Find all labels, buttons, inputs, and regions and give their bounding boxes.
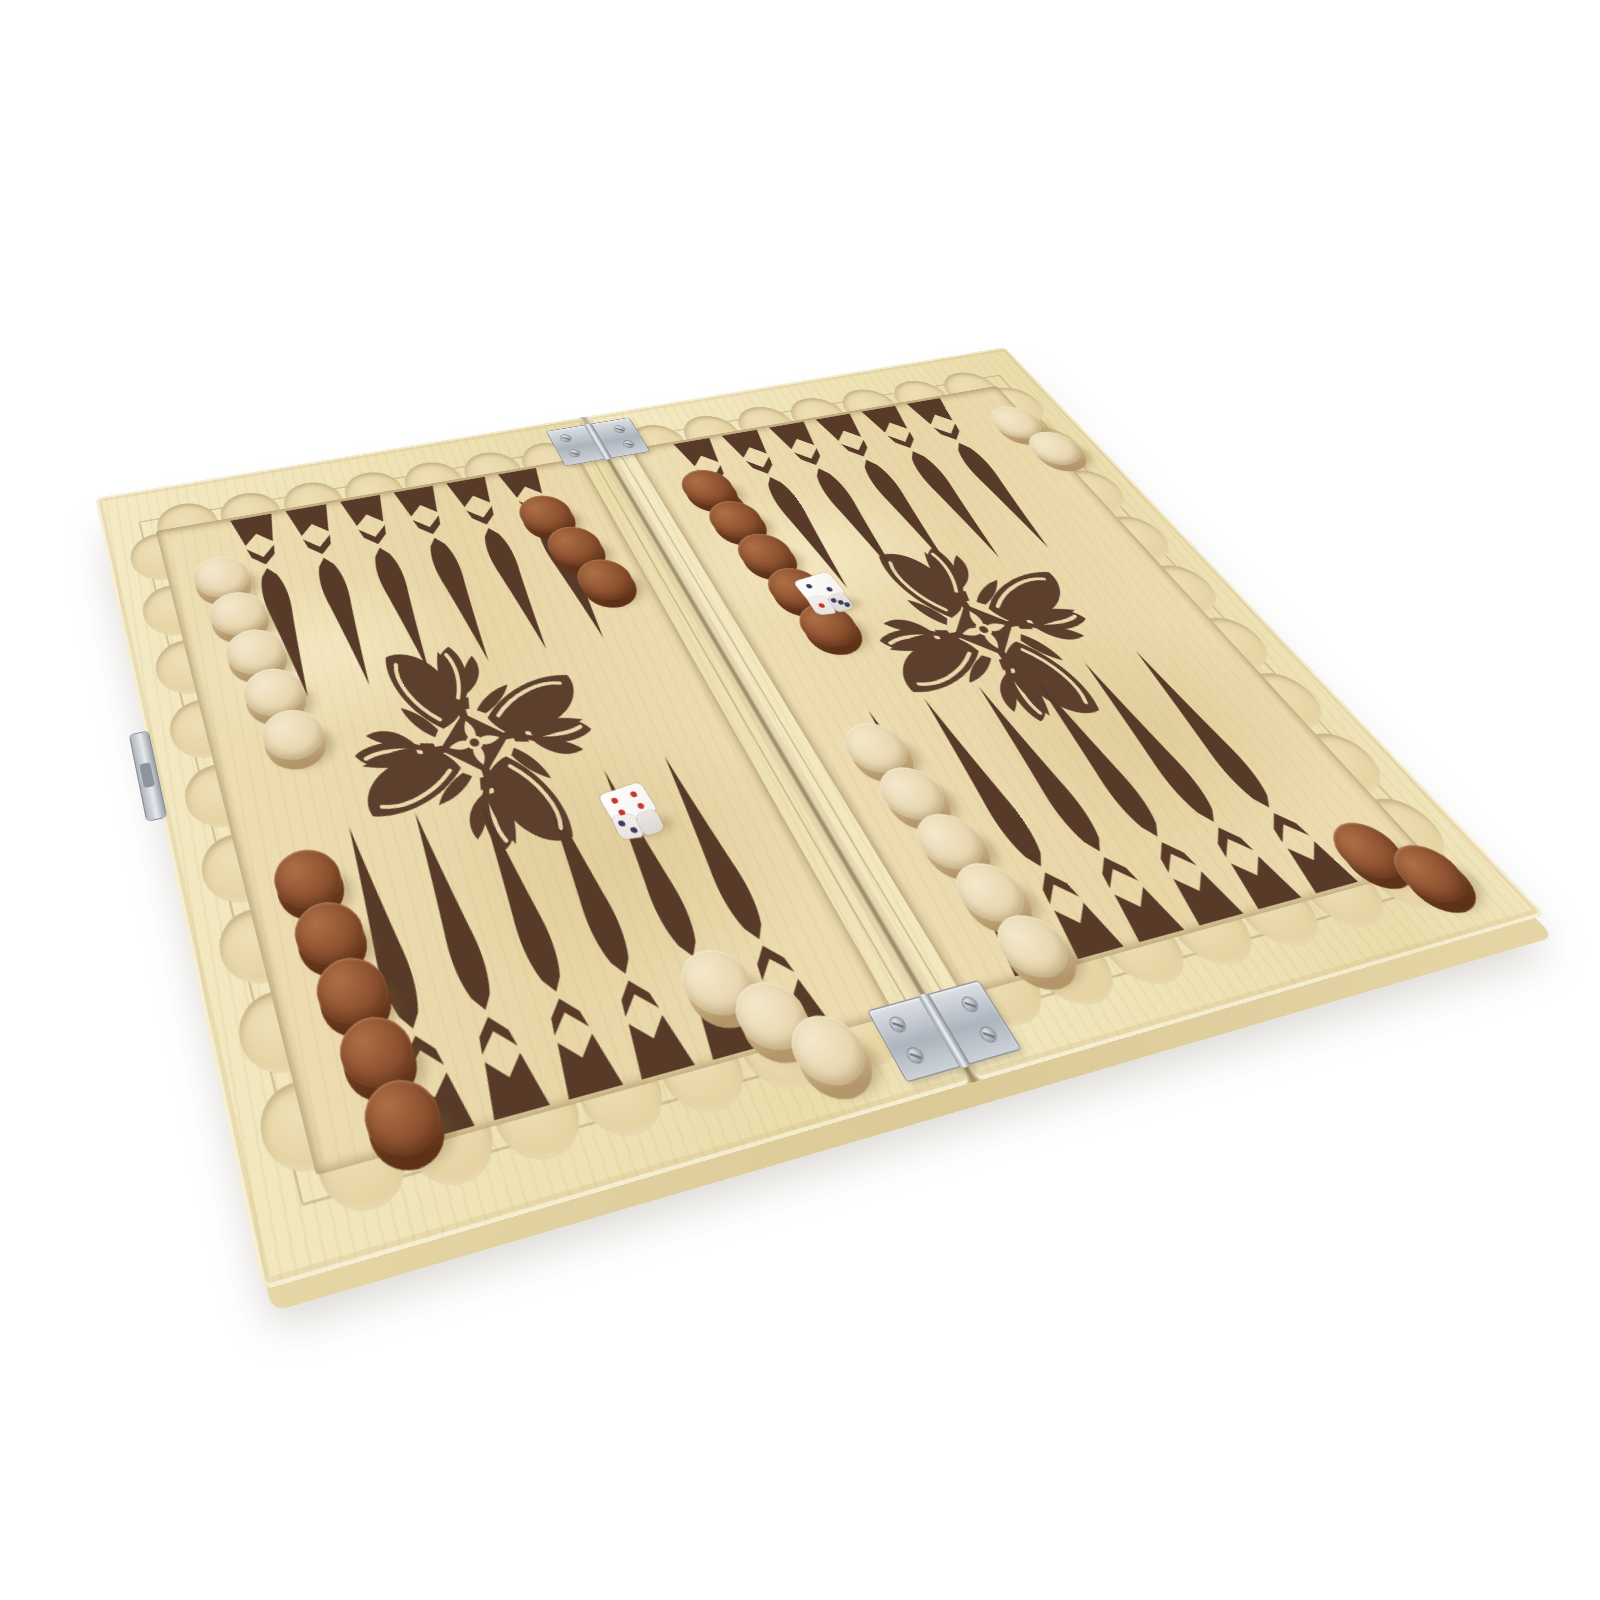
die-pip <box>805 583 813 589</box>
hinge-screw <box>979 1026 999 1042</box>
die-pip <box>843 602 851 608</box>
die-pip <box>826 587 834 593</box>
die-pip <box>611 797 620 804</box>
hinge-screw <box>613 425 625 433</box>
die-pip <box>617 820 626 826</box>
hinge-screw <box>622 440 635 448</box>
die-pip <box>830 597 838 603</box>
die-pip <box>629 791 638 798</box>
die-pip <box>818 603 826 608</box>
hinge-screw <box>560 434 572 442</box>
die-pip <box>636 802 645 809</box>
hinge-screw <box>568 449 580 457</box>
product-photo-scene <box>0 0 1600 1600</box>
hinge-screw <box>960 996 979 1012</box>
hinge-screw <box>905 1047 925 1064</box>
hinge-screw <box>888 1016 907 1032</box>
die-pip <box>630 827 639 833</box>
